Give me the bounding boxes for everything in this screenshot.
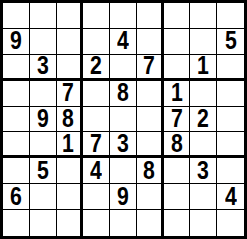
cell-r9c1[interactable] [3,210,30,236]
cell-r8c5[interactable]: 9 [110,184,137,210]
cell-r3c8[interactable]: 1 [190,55,217,81]
given-digit: 4 [90,158,102,183]
cell-r3c6[interactable]: 7 [137,55,164,81]
cell-r9c7[interactable] [164,210,191,236]
cell-r1c7[interactable] [164,3,191,29]
cell-r1c6[interactable] [137,3,164,29]
cell-r8c2[interactable] [30,184,57,210]
cell-r2c8[interactable] [190,29,217,55]
given-digit: 8 [63,107,75,132]
cell-r4c6[interactable] [137,81,164,107]
cell-r2c2[interactable] [30,29,57,55]
cell-r1c9[interactable] [217,3,244,29]
cell-r9c8[interactable] [190,210,217,236]
given-digit: 7 [90,132,102,156]
cell-r3c1[interactable] [3,55,30,81]
cell-r5c7[interactable]: 7 [164,107,191,133]
cell-r7c4[interactable]: 4 [83,158,110,184]
cell-r8c6[interactable] [137,184,164,210]
cell-r5c8[interactable]: 2 [190,107,217,133]
cell-r6c4[interactable]: 7 [83,132,110,158]
cell-r4c4[interactable] [83,81,110,107]
cell-r3c4[interactable]: 2 [83,55,110,81]
given-digit: 8 [171,132,183,156]
cell-r6c8[interactable] [190,132,217,158]
cell-r1c2[interactable] [30,3,57,29]
cell-r2c7[interactable] [164,29,191,55]
cell-r3c3[interactable] [57,55,84,81]
cell-r3c9[interactable] [217,55,244,81]
cell-r7c8[interactable]: 3 [190,158,217,184]
cell-r4c3[interactable]: 7 [57,81,84,107]
cell-r1c4[interactable] [83,3,110,29]
given-digit: 4 [225,184,237,209]
given-digit: 9 [10,29,22,54]
given-digit: 7 [143,55,155,79]
cell-r5c3[interactable]: 8 [57,107,84,133]
given-digit: 5 [37,158,49,183]
cell-r6c1[interactable] [3,132,30,158]
cell-r6c5[interactable]: 3 [110,132,137,158]
cell-r7c9[interactable] [217,158,244,184]
cell-r7c1[interactable] [3,158,30,184]
given-digit: 3 [197,158,209,183]
cell-r8c4[interactable] [83,184,110,210]
given-digit: 3 [37,55,49,79]
given-digit: 7 [171,107,183,132]
cell-r7c2[interactable]: 5 [30,158,57,184]
cell-r5c4[interactable] [83,107,110,133]
given-digit: 1 [171,81,183,106]
cell-r9c9[interactable] [217,210,244,236]
given-digit: 8 [143,158,155,183]
cell-r5c5[interactable] [110,107,137,133]
cell-r8c1[interactable]: 6 [3,184,30,210]
cell-r5c9[interactable] [217,107,244,133]
cell-r5c6[interactable] [137,107,164,133]
cell-r6c9[interactable] [217,132,244,158]
cell-r4c2[interactable] [30,81,57,107]
cell-r8c3[interactable] [57,184,84,210]
cell-r9c6[interactable] [137,210,164,236]
cell-r9c2[interactable] [30,210,57,236]
cell-r7c5[interactable] [110,158,137,184]
cell-r2c6[interactable] [137,29,164,55]
given-digit: 9 [37,107,49,132]
cell-r2c3[interactable] [57,29,84,55]
given-digit: 4 [117,29,129,54]
cell-r6c6[interactable] [137,132,164,158]
cell-r9c3[interactable] [57,210,84,236]
cell-r6c7[interactable]: 8 [164,132,191,158]
cell-r9c4[interactable] [83,210,110,236]
cell-r1c1[interactable] [3,3,30,29]
given-digit: 8 [117,81,129,106]
given-digit: 1 [63,132,75,156]
cell-r6c3[interactable]: 1 [57,132,84,158]
given-digit: 1 [197,55,209,79]
cell-r3c2[interactable]: 3 [30,55,57,81]
cell-r3c5[interactable] [110,55,137,81]
cell-r5c1[interactable] [3,107,30,133]
cell-r2c5[interactable]: 4 [110,29,137,55]
given-digit: 9 [117,184,129,209]
given-digit: 5 [225,29,237,54]
cell-r4c1[interactable] [3,81,30,107]
cell-r2c1[interactable]: 9 [3,29,30,55]
cell-r5c2[interactable]: 9 [30,107,57,133]
cell-r8c8[interactable] [190,184,217,210]
cell-r7c6[interactable]: 8 [137,158,164,184]
given-digit: 3 [117,132,129,156]
cell-r1c3[interactable] [57,3,84,29]
cell-r7c7[interactable] [164,158,191,184]
cell-r1c5[interactable] [110,3,137,29]
cell-r3c7[interactable] [164,55,191,81]
cell-r4c8[interactable] [190,81,217,107]
given-digit: 7 [63,81,75,106]
cell-r7c3[interactable] [57,158,84,184]
cell-r8c9[interactable]: 4 [217,184,244,210]
cell-r6c2[interactable] [30,132,57,158]
cell-r2c9[interactable]: 5 [217,29,244,55]
given-digit: 6 [10,184,22,209]
cell-r2c4[interactable] [83,29,110,55]
given-digit: 2 [197,107,209,132]
cell-r4c5[interactable]: 8 [110,81,137,107]
cell-r9c5[interactable] [110,210,137,236]
cell-r4c7[interactable]: 1 [164,81,191,107]
cell-r4c9[interactable] [217,81,244,107]
given-digit: 2 [90,55,102,79]
cell-r1c8[interactable] [190,3,217,29]
sudoku-board: 9453271781987217385483694 [0,0,247,239]
cell-r8c7[interactable] [164,184,191,210]
